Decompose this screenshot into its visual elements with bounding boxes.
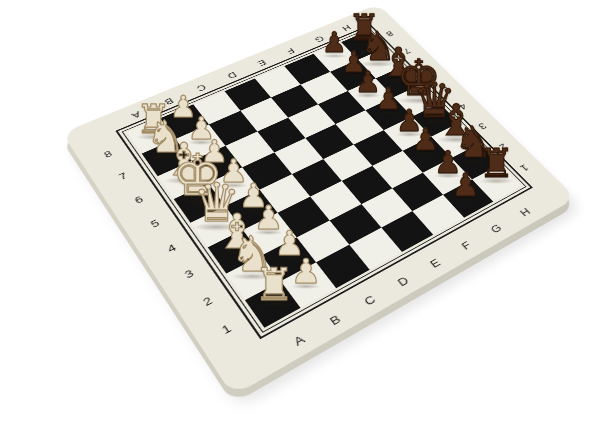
- black-rook-glyph: ♜: [479, 143, 515, 183]
- piece-black-rook-h1[interactable]: ♜: [477, 143, 517, 183]
- product-photo-stage: AABBCCDDEEFFGGHH1122334455667788 ♜♟♟♜♞♟♟…: [0, 0, 600, 423]
- chess-board: AABBCCDDEEFFGGHH1122334455667788: [62, 4, 576, 396]
- piece-black-pawn-g1[interactable]: ♟: [450, 169, 482, 201]
- white-rook-glyph: ♜: [254, 262, 294, 307]
- black-pawn-glyph: ♟: [451, 169, 480, 201]
- piece-white-rook-a1[interactable]: ♜: [251, 262, 296, 307]
